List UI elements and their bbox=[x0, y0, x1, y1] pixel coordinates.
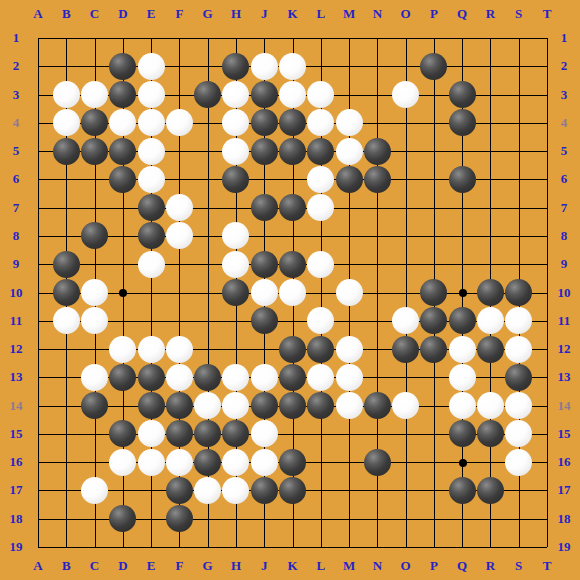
stone-white[interactable] bbox=[81, 364, 108, 391]
stone-black[interactable] bbox=[222, 53, 249, 80]
stone-white[interactable] bbox=[251, 449, 278, 476]
stone-black[interactable] bbox=[251, 307, 278, 334]
col-label-top-C: C bbox=[84, 7, 106, 21]
stone-white[interactable] bbox=[251, 279, 278, 306]
stone-black[interactable] bbox=[251, 392, 278, 419]
stone-black[interactable] bbox=[279, 364, 306, 391]
stone-black[interactable] bbox=[222, 279, 249, 306]
col-label-top-Q: Q bbox=[451, 7, 473, 21]
col-label-bottom-O: O bbox=[395, 559, 417, 573]
stone-white[interactable] bbox=[138, 336, 165, 363]
stone-black[interactable] bbox=[364, 138, 391, 165]
col-label-top-D: D bbox=[112, 7, 134, 21]
stone-black[interactable] bbox=[449, 109, 476, 136]
col-label-bottom-A: A bbox=[27, 559, 49, 573]
stone-white[interactable] bbox=[138, 449, 165, 476]
stone-white[interactable] bbox=[222, 138, 249, 165]
stone-black[interactable] bbox=[279, 392, 306, 419]
row-label-left-12: 12 bbox=[5, 342, 27, 356]
stone-white[interactable] bbox=[251, 53, 278, 80]
stone-black[interactable] bbox=[81, 138, 108, 165]
row-label-left-17: 17 bbox=[5, 483, 27, 497]
stone-black[interactable] bbox=[364, 449, 391, 476]
col-label-top-T: T bbox=[536, 7, 558, 21]
stone-white[interactable] bbox=[138, 251, 165, 278]
row-label-right-15: 15 bbox=[553, 427, 575, 441]
stone-black[interactable] bbox=[336, 166, 363, 193]
stone-white[interactable] bbox=[81, 307, 108, 334]
stone-black[interactable] bbox=[477, 336, 504, 363]
stone-black[interactable] bbox=[251, 138, 278, 165]
stone-white[interactable] bbox=[505, 420, 532, 447]
col-label-bottom-H: H bbox=[225, 559, 247, 573]
stone-black[interactable] bbox=[279, 477, 306, 504]
col-label-top-K: K bbox=[282, 7, 304, 21]
stone-black[interactable] bbox=[53, 138, 80, 165]
stone-black[interactable] bbox=[166, 392, 193, 419]
stone-black[interactable] bbox=[505, 364, 532, 391]
col-label-top-R: R bbox=[479, 7, 501, 21]
stone-white[interactable] bbox=[336, 279, 363, 306]
stone-black[interactable] bbox=[138, 364, 165, 391]
stone-black[interactable] bbox=[279, 336, 306, 363]
stone-black[interactable] bbox=[194, 364, 221, 391]
row-label-right-6: 6 bbox=[553, 172, 575, 186]
stone-white[interactable] bbox=[166, 194, 193, 221]
star-point-D10 bbox=[119, 289, 127, 297]
row-label-right-16: 16 bbox=[553, 455, 575, 469]
col-label-bottom-M: M bbox=[338, 559, 360, 573]
row-label-left-8: 8 bbox=[5, 229, 27, 243]
stone-white[interactable] bbox=[109, 449, 136, 476]
col-label-bottom-S: S bbox=[508, 559, 530, 573]
row-label-left-7: 7 bbox=[5, 201, 27, 215]
col-label-bottom-J: J bbox=[253, 559, 275, 573]
stone-white[interactable] bbox=[166, 222, 193, 249]
col-label-top-P: P bbox=[423, 7, 445, 21]
col-label-bottom-E: E bbox=[140, 559, 162, 573]
stone-white[interactable] bbox=[505, 336, 532, 363]
stone-black[interactable] bbox=[364, 166, 391, 193]
stone-white[interactable] bbox=[81, 279, 108, 306]
stone-black[interactable] bbox=[420, 53, 447, 80]
row-label-right-9: 9 bbox=[553, 257, 575, 271]
stone-black[interactable] bbox=[279, 251, 306, 278]
stone-white[interactable] bbox=[138, 420, 165, 447]
stone-white[interactable] bbox=[392, 392, 419, 419]
col-label-top-M: M bbox=[338, 7, 360, 21]
stone-black[interactable] bbox=[449, 420, 476, 447]
row-label-right-17: 17 bbox=[553, 483, 575, 497]
row-label-right-1: 1 bbox=[553, 31, 575, 45]
stone-black[interactable] bbox=[477, 477, 504, 504]
stone-black[interactable] bbox=[222, 420, 249, 447]
stone-white[interactable] bbox=[222, 81, 249, 108]
stone-white[interactable] bbox=[109, 109, 136, 136]
col-label-bottom-P: P bbox=[423, 559, 445, 573]
stone-white[interactable] bbox=[307, 194, 334, 221]
stone-black[interactable] bbox=[477, 279, 504, 306]
stone-black[interactable] bbox=[194, 81, 221, 108]
col-label-top-S: S bbox=[508, 7, 530, 21]
stone-white[interactable] bbox=[166, 336, 193, 363]
row-label-left-13: 13 bbox=[5, 370, 27, 384]
stone-black[interactable] bbox=[449, 477, 476, 504]
stone-black[interactable] bbox=[477, 420, 504, 447]
row-label-left-5: 5 bbox=[5, 144, 27, 158]
stone-white[interactable] bbox=[505, 307, 532, 334]
stone-black[interactable] bbox=[109, 364, 136, 391]
row-label-left-18: 18 bbox=[5, 512, 27, 526]
stone-white[interactable] bbox=[279, 81, 306, 108]
stone-white[interactable] bbox=[251, 364, 278, 391]
stone-white[interactable] bbox=[392, 307, 419, 334]
stone-black[interactable] bbox=[420, 307, 447, 334]
stone-black[interactable] bbox=[505, 279, 532, 306]
stone-white[interactable] bbox=[53, 109, 80, 136]
col-label-bottom-F: F bbox=[168, 559, 190, 573]
stone-black[interactable] bbox=[279, 138, 306, 165]
stone-white[interactable] bbox=[109, 336, 136, 363]
stone-black[interactable] bbox=[109, 505, 136, 532]
stone-white[interactable] bbox=[336, 336, 363, 363]
col-label-bottom-L: L bbox=[310, 559, 332, 573]
stone-black[interactable] bbox=[251, 251, 278, 278]
stone-black[interactable] bbox=[449, 307, 476, 334]
row-label-right-4: 4 bbox=[553, 116, 575, 130]
stone-black[interactable] bbox=[138, 392, 165, 419]
stone-white[interactable] bbox=[81, 81, 108, 108]
row-label-left-15: 15 bbox=[5, 427, 27, 441]
stone-black[interactable] bbox=[109, 138, 136, 165]
stone-white[interactable] bbox=[336, 138, 363, 165]
row-label-left-14: 14 bbox=[5, 399, 27, 413]
row-label-left-19: 19 bbox=[5, 540, 27, 554]
stone-white[interactable] bbox=[166, 364, 193, 391]
stone-white[interactable] bbox=[307, 81, 334, 108]
stone-white[interactable] bbox=[307, 109, 334, 136]
stone-white[interactable] bbox=[138, 109, 165, 136]
stone-black[interactable] bbox=[251, 477, 278, 504]
stone-black[interactable] bbox=[449, 166, 476, 193]
row-label-right-8: 8 bbox=[553, 229, 575, 243]
stone-black[interactable] bbox=[222, 166, 249, 193]
row-label-right-18: 18 bbox=[553, 512, 575, 526]
stone-white[interactable] bbox=[477, 307, 504, 334]
stone-white[interactable] bbox=[392, 81, 419, 108]
go-board: AABBCCDDEEFFGGHHJJKKLLMMNNOOPPQQRRSSTT11… bbox=[0, 0, 580, 580]
star-point-Q10 bbox=[459, 289, 467, 297]
stone-black[interactable] bbox=[138, 222, 165, 249]
row-label-right-3: 3 bbox=[553, 88, 575, 102]
stone-white[interactable] bbox=[166, 109, 193, 136]
col-label-top-N: N bbox=[366, 7, 388, 21]
stone-black[interactable] bbox=[81, 222, 108, 249]
stone-white[interactable] bbox=[251, 420, 278, 447]
stone-white[interactable] bbox=[307, 364, 334, 391]
stone-white[interactable] bbox=[449, 364, 476, 391]
stone-black[interactable] bbox=[307, 138, 334, 165]
stone-white[interactable] bbox=[138, 81, 165, 108]
stone-white[interactable] bbox=[53, 307, 80, 334]
col-label-bottom-D: D bbox=[112, 559, 134, 573]
row-label-left-16: 16 bbox=[5, 455, 27, 469]
stone-black[interactable] bbox=[53, 279, 80, 306]
row-label-left-6: 6 bbox=[5, 172, 27, 186]
stone-black[interactable] bbox=[251, 81, 278, 108]
col-label-bottom-T: T bbox=[536, 559, 558, 573]
stone-white[interactable] bbox=[505, 392, 532, 419]
stone-black[interactable] bbox=[392, 336, 419, 363]
row-label-right-7: 7 bbox=[553, 201, 575, 215]
stone-black[interactable] bbox=[194, 420, 221, 447]
stone-black[interactable] bbox=[307, 336, 334, 363]
stone-white[interactable] bbox=[449, 392, 476, 419]
stone-white[interactable] bbox=[222, 251, 249, 278]
row-label-right-13: 13 bbox=[553, 370, 575, 384]
stone-black[interactable] bbox=[109, 166, 136, 193]
stone-black[interactable] bbox=[364, 392, 391, 419]
row-label-right-5: 5 bbox=[553, 144, 575, 158]
stone-white[interactable] bbox=[279, 279, 306, 306]
stone-white[interactable] bbox=[222, 109, 249, 136]
stone-white[interactable] bbox=[138, 166, 165, 193]
row-label-right-19: 19 bbox=[553, 540, 575, 554]
stone-black[interactable] bbox=[166, 420, 193, 447]
col-label-top-O: O bbox=[395, 7, 417, 21]
col-label-top-J: J bbox=[253, 7, 275, 21]
row-label-left-10: 10 bbox=[5, 286, 27, 300]
stone-black[interactable] bbox=[279, 109, 306, 136]
stone-white[interactable] bbox=[194, 477, 221, 504]
stone-black[interactable] bbox=[81, 109, 108, 136]
col-label-top-F: F bbox=[168, 7, 190, 21]
stone-black[interactable] bbox=[251, 194, 278, 221]
stone-white[interactable] bbox=[222, 392, 249, 419]
stone-black[interactable] bbox=[279, 194, 306, 221]
row-label-right-14: 14 bbox=[553, 399, 575, 413]
stone-white[interactable] bbox=[53, 81, 80, 108]
row-label-left-9: 9 bbox=[5, 257, 27, 271]
row-label-left-1: 1 bbox=[5, 31, 27, 45]
stone-black[interactable] bbox=[279, 449, 306, 476]
stone-white[interactable] bbox=[222, 364, 249, 391]
stone-white[interactable] bbox=[279, 53, 306, 80]
col-label-bottom-B: B bbox=[55, 559, 77, 573]
stone-black[interactable] bbox=[194, 449, 221, 476]
row-label-left-11: 11 bbox=[5, 314, 27, 328]
stone-white[interactable] bbox=[138, 53, 165, 80]
col-label-top-G: G bbox=[197, 7, 219, 21]
stone-white[interactable] bbox=[336, 392, 363, 419]
row-label-right-12: 12 bbox=[553, 342, 575, 356]
grid-line-vertical bbox=[406, 38, 407, 547]
row-label-right-2: 2 bbox=[553, 59, 575, 73]
col-label-top-L: L bbox=[310, 7, 332, 21]
stone-white[interactable] bbox=[336, 109, 363, 136]
stone-white[interactable] bbox=[222, 477, 249, 504]
stone-black[interactable] bbox=[166, 505, 193, 532]
star-point-Q16 bbox=[459, 459, 467, 467]
row-label-right-11: 11 bbox=[553, 314, 575, 328]
stone-black[interactable] bbox=[138, 194, 165, 221]
stone-white[interactable] bbox=[307, 166, 334, 193]
stone-white[interactable] bbox=[222, 222, 249, 249]
stone-white[interactable] bbox=[477, 392, 504, 419]
stone-black[interactable] bbox=[109, 81, 136, 108]
col-label-bottom-R: R bbox=[479, 559, 501, 573]
stone-white[interactable] bbox=[505, 449, 532, 476]
row-label-left-4: 4 bbox=[5, 116, 27, 130]
col-label-top-H: H bbox=[225, 7, 247, 21]
row-label-left-2: 2 bbox=[5, 59, 27, 73]
stone-black[interactable] bbox=[166, 477, 193, 504]
col-label-bottom-G: G bbox=[197, 559, 219, 573]
stone-white[interactable] bbox=[336, 364, 363, 391]
col-label-bottom-N: N bbox=[366, 559, 388, 573]
col-label-top-A: A bbox=[27, 7, 49, 21]
stone-white[interactable] bbox=[222, 449, 249, 476]
stone-black[interactable] bbox=[81, 392, 108, 419]
col-label-bottom-Q: Q bbox=[451, 559, 473, 573]
stone-black[interactable] bbox=[449, 81, 476, 108]
col-label-top-E: E bbox=[140, 7, 162, 21]
col-label-bottom-C: C bbox=[84, 559, 106, 573]
row-label-right-10: 10 bbox=[553, 286, 575, 300]
stone-white[interactable] bbox=[194, 392, 221, 419]
stone-white[interactable] bbox=[81, 477, 108, 504]
row-label-left-3: 3 bbox=[5, 88, 27, 102]
stone-black[interactable] bbox=[307, 392, 334, 419]
stone-black[interactable] bbox=[109, 53, 136, 80]
stone-black[interactable] bbox=[53, 251, 80, 278]
grid-line-horizontal bbox=[38, 547, 547, 548]
grid-line-vertical bbox=[547, 38, 548, 547]
stone-white[interactable] bbox=[166, 449, 193, 476]
stone-white[interactable] bbox=[449, 336, 476, 363]
stone-black[interactable] bbox=[251, 109, 278, 136]
col-label-bottom-K: K bbox=[282, 559, 304, 573]
stone-black[interactable] bbox=[420, 336, 447, 363]
stone-black[interactable] bbox=[420, 279, 447, 306]
stone-white[interactable] bbox=[307, 251, 334, 278]
stone-white[interactable] bbox=[307, 307, 334, 334]
col-label-top-B: B bbox=[55, 7, 77, 21]
stone-black[interactable] bbox=[109, 420, 136, 447]
stone-white[interactable] bbox=[138, 138, 165, 165]
